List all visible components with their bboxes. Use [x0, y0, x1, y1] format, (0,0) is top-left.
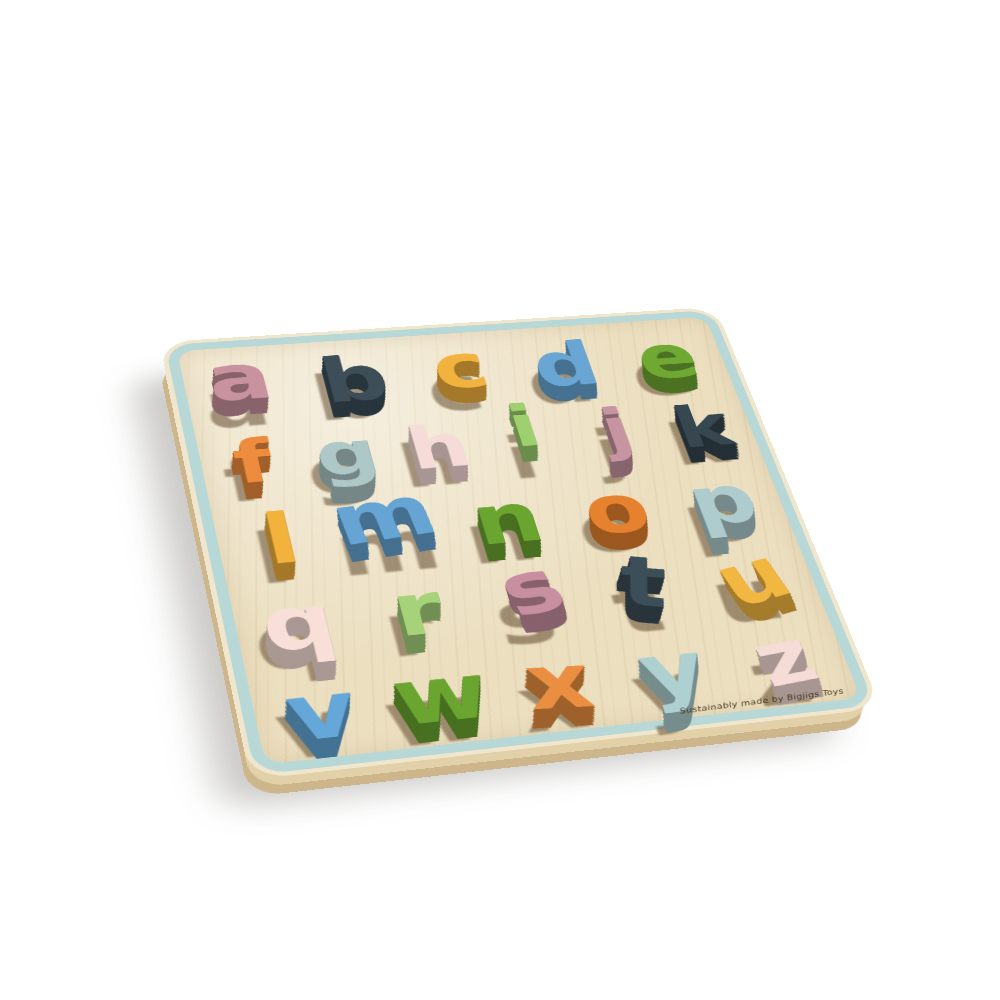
piece-d[interactable]: d: [524, 333, 607, 396]
piece-r[interactable]: r: [384, 572, 452, 648]
piece-t[interactable]: t: [620, 546, 667, 618]
piece-s[interactable]: s: [485, 549, 577, 628]
piece-q[interactable]: q: [254, 584, 344, 663]
piece-j[interactable]: j: [593, 400, 641, 458]
piece-l[interactable]: l: [256, 503, 306, 574]
piece-w[interactable]: w: [384, 652, 498, 737]
piece-v[interactable]: v: [279, 670, 365, 754]
piece-z[interactable]: z: [739, 618, 829, 698]
product-photo-scene: aabbccddeeffgghhiijjkkllmmnnooppqqrrsstt…: [0, 0, 1000, 1000]
piece-p[interactable]: p: [678, 465, 767, 535]
piece-e[interactable]: e: [627, 327, 708, 389]
cell-f: ff: [197, 420, 309, 503]
piece-i[interactable]: i: [500, 397, 547, 455]
piece-u[interactable]: u: [700, 537, 804, 617]
piece-m[interactable]: m: [322, 476, 447, 556]
puzzle-board: aabbccddeeffgghhiijjkkllmmnnooppqqrrsstt…: [165, 310, 875, 775]
cell-b: bb: [291, 341, 418, 419]
piece-c[interactable]: c: [424, 335, 496, 398]
cell-a: aa: [182, 348, 310, 428]
cell-q: qq: [231, 573, 370, 669]
piece-f[interactable]: f: [227, 430, 279, 492]
piece-a[interactable]: a: [201, 346, 279, 412]
piece-b[interactable]: b: [314, 347, 396, 412]
piece-k[interactable]: k: [665, 397, 739, 456]
piece-x[interactable]: x: [518, 643, 599, 721]
piece-n[interactable]: n: [464, 483, 552, 555]
cell-v: vv: [249, 657, 392, 759]
piece-y[interactable]: y: [629, 631, 717, 710]
piece-h[interactable]: h: [400, 416, 477, 478]
piece-o[interactable]: o: [573, 474, 659, 545]
cell-m: mm: [328, 485, 463, 573]
